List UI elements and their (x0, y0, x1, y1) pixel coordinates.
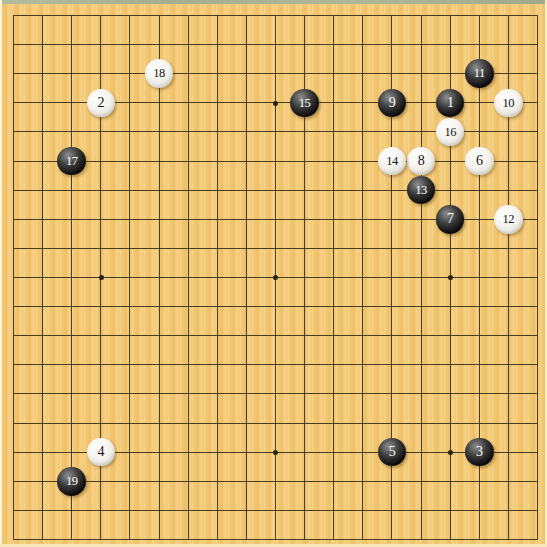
go-board-screenshot: 12345678910111213141516171819 (0, 0, 547, 547)
move-number-label: 9 (389, 95, 396, 109)
move-number-label: 3 (476, 445, 483, 459)
move-number-label: 4 (98, 445, 105, 459)
move-number-label: 2 (98, 95, 105, 109)
stone-black-move-11: 11 (465, 59, 494, 88)
move-number-label: 17 (66, 154, 78, 167)
stone-black-move-13: 13 (407, 176, 436, 205)
stone-black-move-9: 9 (378, 89, 407, 118)
move-number-label: 10 (503, 96, 515, 109)
move-number-label: 16 (444, 125, 456, 138)
move-number-label: 13 (415, 183, 427, 196)
stone-black-move-7: 7 (436, 205, 465, 234)
move-number-label: 19 (66, 474, 78, 487)
stone-white-move-12: 12 (494, 205, 523, 234)
stone-white-move-6: 6 (465, 147, 494, 176)
stone-black-move-17: 17 (57, 147, 86, 176)
move-number-label: 14 (386, 154, 398, 167)
stone-white-move-4: 4 (87, 438, 116, 467)
stone-black-move-19: 19 (57, 467, 86, 496)
stone-white-move-10: 10 (494, 89, 523, 118)
move-number-label: 5 (389, 445, 396, 459)
move-number-label: 15 (299, 96, 311, 109)
move-number-label: 11 (474, 67, 485, 80)
stone-white-move-14: 14 (378, 147, 407, 176)
move-number-label: 18 (153, 67, 165, 80)
stone-white-move-8: 8 (407, 147, 436, 176)
stone-black-move-1: 1 (436, 89, 465, 118)
stone-black-move-5: 5 (378, 438, 407, 467)
stone-white-move-18: 18 (145, 59, 174, 88)
stone-white-move-2: 2 (87, 89, 116, 118)
stone-black-move-3: 3 (465, 438, 494, 467)
stones-layer: 12345678910111213141516171819 (0, 1, 547, 547)
move-number-label: 6 (476, 154, 483, 168)
move-number-label: 12 (503, 213, 515, 226)
move-number-label: 7 (447, 212, 454, 226)
move-number-label: 8 (418, 154, 425, 168)
stone-white-move-16: 16 (436, 118, 465, 147)
stone-black-move-15: 15 (290, 89, 319, 118)
move-number-label: 1 (447, 95, 454, 109)
